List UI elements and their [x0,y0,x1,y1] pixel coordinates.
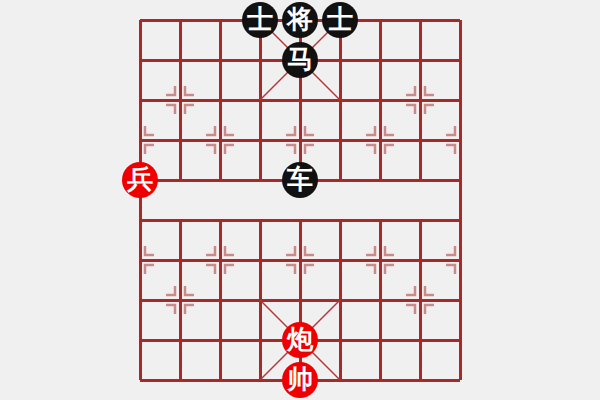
black-general-glyph: 将 [282,2,318,38]
black-horse-glyph: 马 [282,42,318,78]
black-chariot-glyph: 车 [282,162,318,198]
piece-black-chariot[interactable]: 车 [280,160,320,200]
black-advisor-left-glyph: 士 [242,2,278,38]
xiangqi-board: 士将士马兵车炮帅 [0,0,600,400]
black-advisor-right-glyph: 士 [322,2,358,38]
piece-black-general[interactable]: 将 [280,0,320,40]
piece-black-horse[interactable]: 马 [280,40,320,80]
red-cannon-glyph: 炮 [282,322,318,358]
red-soldier-glyph: 兵 [122,162,158,198]
piece-black-advisor-right[interactable]: 士 [320,0,360,40]
board-grid: 士将士马兵车炮帅 [120,0,480,400]
piece-red-general[interactable]: 帅 [280,360,320,400]
piece-red-cannon[interactable]: 炮 [280,320,320,360]
piece-red-soldier[interactable]: 兵 [120,160,160,200]
red-general-glyph: 帅 [282,362,318,398]
piece-black-advisor-left[interactable]: 士 [240,0,280,40]
